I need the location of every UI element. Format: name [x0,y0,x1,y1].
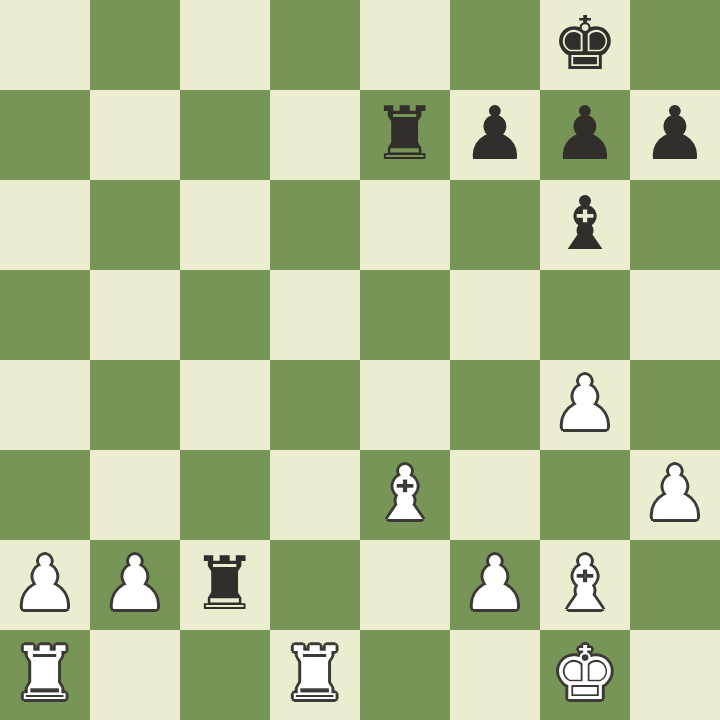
square-g5[interactable] [540,270,630,360]
square-f5[interactable] [450,270,540,360]
white-pawn-piece[interactable]: ♟ [552,358,618,448]
white-pawn-piece[interactable]: ♟ [462,538,528,628]
square-g8[interactable]: ♚ [540,0,630,90]
square-d2[interactable] [270,540,360,630]
square-g4[interactable]: ♟ [540,360,630,450]
square-e6[interactable] [360,180,450,270]
square-b2[interactable]: ♟ [90,540,180,630]
black-pawn-piece[interactable]: ♟ [552,88,618,178]
square-a5[interactable] [0,270,90,360]
square-h2[interactable] [630,540,720,630]
square-a1[interactable]: ♜ [0,630,90,720]
square-e1[interactable] [360,630,450,720]
square-h1[interactable] [630,630,720,720]
square-a3[interactable] [0,450,90,540]
black-rook-piece[interactable]: ♜ [372,88,438,178]
square-e4[interactable] [360,360,450,450]
square-h3[interactable]: ♟ [630,450,720,540]
square-d7[interactable] [270,90,360,180]
square-f8[interactable] [450,0,540,90]
square-h6[interactable] [630,180,720,270]
square-e5[interactable] [360,270,450,360]
square-a6[interactable] [0,180,90,270]
black-pawn-piece[interactable]: ♟ [642,88,708,178]
white-pawn-piece[interactable]: ♟ [12,538,78,628]
black-king-piece[interactable]: ♚ [552,0,618,88]
square-f2[interactable]: ♟ [450,540,540,630]
square-f1[interactable] [450,630,540,720]
square-e8[interactable] [360,0,450,90]
square-b7[interactable] [90,90,180,180]
square-d4[interactable] [270,360,360,450]
square-a4[interactable] [0,360,90,450]
square-c6[interactable] [180,180,270,270]
square-b3[interactable] [90,450,180,540]
square-b6[interactable] [90,180,180,270]
black-pawn-piece[interactable]: ♟ [462,88,528,178]
chess-board: ♚♜♟♟♟♝♟♝♟♟♟♜♟♝♜♜♚ [0,0,720,720]
square-g2[interactable]: ♝ [540,540,630,630]
square-e7[interactable]: ♜ [360,90,450,180]
square-c4[interactable] [180,360,270,450]
square-c2[interactable]: ♜ [180,540,270,630]
square-f4[interactable] [450,360,540,450]
white-rook-piece[interactable]: ♜ [282,628,348,718]
white-king-piece[interactable]: ♚ [552,628,618,718]
square-a8[interactable] [0,0,90,90]
square-f3[interactable] [450,450,540,540]
square-h4[interactable] [630,360,720,450]
square-c3[interactable] [180,450,270,540]
square-d6[interactable] [270,180,360,270]
black-bishop-piece[interactable]: ♝ [552,178,618,268]
square-e2[interactable] [360,540,450,630]
white-bishop-piece[interactable]: ♝ [552,538,618,628]
square-d5[interactable] [270,270,360,360]
white-pawn-piece[interactable]: ♟ [642,448,708,538]
square-c8[interactable] [180,0,270,90]
square-b8[interactable] [90,0,180,90]
square-f6[interactable] [450,180,540,270]
square-b1[interactable] [90,630,180,720]
square-b5[interactable] [90,270,180,360]
square-g7[interactable]: ♟ [540,90,630,180]
square-a7[interactable] [0,90,90,180]
square-c1[interactable] [180,630,270,720]
square-f7[interactable]: ♟ [450,90,540,180]
square-d3[interactable] [270,450,360,540]
square-b4[interactable] [90,360,180,450]
white-rook-piece[interactable]: ♜ [12,628,78,718]
square-e3[interactable]: ♝ [360,450,450,540]
white-bishop-piece[interactable]: ♝ [372,448,438,538]
square-c5[interactable] [180,270,270,360]
black-rook-piece[interactable]: ♜ [192,538,258,628]
square-h7[interactable]: ♟ [630,90,720,180]
square-g3[interactable] [540,450,630,540]
square-d1[interactable]: ♜ [270,630,360,720]
square-c7[interactable] [180,90,270,180]
square-g6[interactable]: ♝ [540,180,630,270]
square-a2[interactable]: ♟ [0,540,90,630]
square-h8[interactable] [630,0,720,90]
square-d8[interactable] [270,0,360,90]
white-pawn-piece[interactable]: ♟ [102,538,168,628]
square-g1[interactable]: ♚ [540,630,630,720]
square-h5[interactable] [630,270,720,360]
